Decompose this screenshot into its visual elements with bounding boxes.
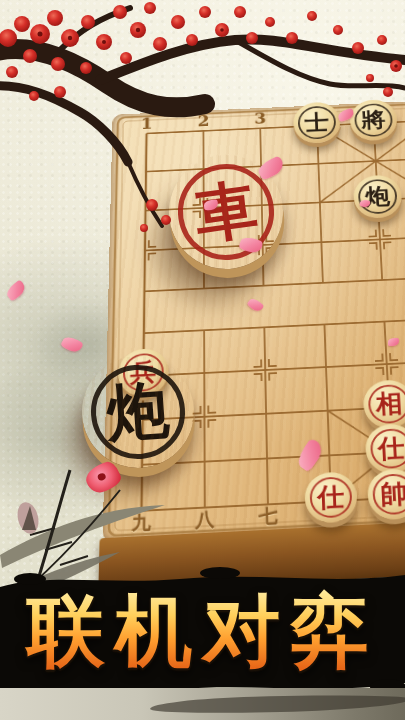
board-label: 1 [141,114,153,132]
board-label: 七 [258,504,278,530]
board-label: 3 [254,109,266,127]
board-label: 九 [132,510,152,536]
board-label: 2 [197,112,209,130]
board-grid-lines [103,91,405,542]
cannon-glyph: 炮 [105,379,171,445]
piece-glyph: 將 [361,108,386,130]
game-promo-screen: 123456789 九八七六五四三二一 士將炮兵相仕仕帥 車 炮 [0,0,405,720]
board-label: 八 [195,507,214,533]
piece-glyph: 帥 [380,480,405,507]
piece-glyph: 仕 [377,434,405,461]
piece-glyph: 相 [375,390,403,416]
piece-glyph: 仕 [317,483,345,510]
xiangqi-board[interactable]: 123456789 九八七六五四三二一 士將炮兵相仕仕帥 [103,91,405,542]
game-mode-title[interactable]: 联机对弈 [0,582,405,680]
piece-glyph: 士 [304,111,329,133]
chariot-glyph: 車 [191,177,261,247]
